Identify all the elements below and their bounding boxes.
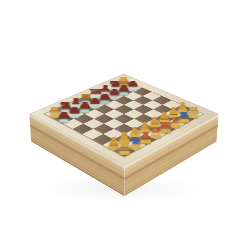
pawn-glyph: ♟ [43,105,86,121]
piece-base [119,151,130,155]
scene-3d: ♜♞♝♛♚♝♞♜♟♟♟♟♟♟♟♟♟♟♟♟♟♟♟♟♜♞♝♛♚♝♞♜ [0,0,240,240]
piece-black-pawn-a7: ♟ [57,112,71,126]
rook-glyph: ♜ [101,133,147,153]
product-photo-canvas: ♜♞♝♛♚♝♞♜♟♟♟♟♟♟♟♟♟♟♟♟♟♟♟♟♜♞♝♛♚♝♞♜ [0,0,240,240]
piece-base [59,119,69,123]
piece-white-rook-a1: ♜ [117,143,132,158]
